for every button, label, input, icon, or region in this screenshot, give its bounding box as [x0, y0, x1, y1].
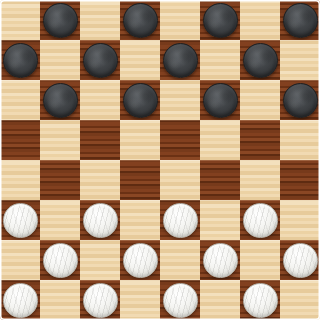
square-c2: [80, 240, 120, 280]
checker-white[interactable]: [203, 243, 238, 278]
square-h5: [280, 120, 320, 160]
checker-black[interactable]: [163, 43, 198, 78]
checker-black[interactable]: [123, 83, 158, 118]
square-g5[interactable]: [240, 120, 280, 160]
square-f7: [200, 40, 240, 80]
checker-white[interactable]: [3, 203, 38, 238]
square-g4: [240, 160, 280, 200]
square-b6[interactable]: [40, 80, 80, 120]
square-c3[interactable]: [80, 200, 120, 240]
square-h1: [280, 280, 320, 320]
square-g8: [240, 0, 280, 40]
checker-white[interactable]: [243, 203, 278, 238]
square-b3: [40, 200, 80, 240]
square-d6[interactable]: [120, 80, 160, 120]
square-f6[interactable]: [200, 80, 240, 120]
square-f8[interactable]: [200, 0, 240, 40]
square-g3[interactable]: [240, 200, 280, 240]
checker-black[interactable]: [123, 3, 158, 38]
square-d3: [120, 200, 160, 240]
checker-white[interactable]: [123, 243, 158, 278]
square-e7[interactable]: [160, 40, 200, 80]
square-e5[interactable]: [160, 120, 200, 160]
square-d1: [120, 280, 160, 320]
square-a3[interactable]: [0, 200, 40, 240]
square-b7: [40, 40, 80, 80]
square-a7[interactable]: [0, 40, 40, 80]
square-f1: [200, 280, 240, 320]
square-h3: [280, 200, 320, 240]
checker-white[interactable]: [283, 243, 318, 278]
square-h4[interactable]: [280, 160, 320, 200]
checker-black[interactable]: [83, 43, 118, 78]
square-e2: [160, 240, 200, 280]
square-g2: [240, 240, 280, 280]
square-h8[interactable]: [280, 0, 320, 40]
square-a2: [0, 240, 40, 280]
square-d8[interactable]: [120, 0, 160, 40]
checker-white[interactable]: [163, 203, 198, 238]
checker-black[interactable]: [243, 43, 278, 78]
checkers-board: [0, 0, 320, 320]
square-d2[interactable]: [120, 240, 160, 280]
checker-white[interactable]: [83, 203, 118, 238]
checker-white[interactable]: [43, 243, 78, 278]
square-d5: [120, 120, 160, 160]
square-a6: [0, 80, 40, 120]
square-d4[interactable]: [120, 160, 160, 200]
square-g7[interactable]: [240, 40, 280, 80]
square-c1[interactable]: [80, 280, 120, 320]
checker-white[interactable]: [3, 283, 38, 318]
square-e3[interactable]: [160, 200, 200, 240]
square-f2[interactable]: [200, 240, 240, 280]
square-g6: [240, 80, 280, 120]
checker-white[interactable]: [83, 283, 118, 318]
square-e8: [160, 0, 200, 40]
square-e1[interactable]: [160, 280, 200, 320]
square-c8: [80, 0, 120, 40]
square-a8: [0, 0, 40, 40]
checker-white[interactable]: [243, 283, 278, 318]
square-b2[interactable]: [40, 240, 80, 280]
checker-black[interactable]: [283, 3, 318, 38]
square-b4[interactable]: [40, 160, 80, 200]
checker-black[interactable]: [203, 83, 238, 118]
square-h7: [280, 40, 320, 80]
square-h2[interactable]: [280, 240, 320, 280]
board-wrap: [0, 0, 320, 320]
square-a5[interactable]: [0, 120, 40, 160]
checker-black[interactable]: [43, 3, 78, 38]
square-e6: [160, 80, 200, 120]
square-b5: [40, 120, 80, 160]
square-f5: [200, 120, 240, 160]
checker-black[interactable]: [43, 83, 78, 118]
square-c7[interactable]: [80, 40, 120, 80]
square-c5[interactable]: [80, 120, 120, 160]
checker-black[interactable]: [3, 43, 38, 78]
checker-black[interactable]: [203, 3, 238, 38]
square-h6[interactable]: [280, 80, 320, 120]
checker-black[interactable]: [283, 83, 318, 118]
checker-white[interactable]: [163, 283, 198, 318]
square-f4[interactable]: [200, 160, 240, 200]
square-c6: [80, 80, 120, 120]
square-b8[interactable]: [40, 0, 80, 40]
square-e4: [160, 160, 200, 200]
square-f3: [200, 200, 240, 240]
square-a1[interactable]: [0, 280, 40, 320]
square-g1[interactable]: [240, 280, 280, 320]
square-c4: [80, 160, 120, 200]
square-d7: [120, 40, 160, 80]
square-a4: [0, 160, 40, 200]
square-b1: [40, 280, 80, 320]
